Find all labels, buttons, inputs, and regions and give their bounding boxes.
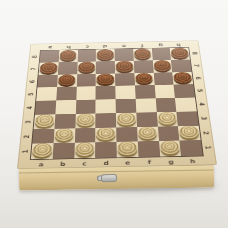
file-label-bottom-g: g	[160, 159, 182, 165]
light-man-glyph: ⛀	[101, 129, 111, 138]
square-c8[interactable]	[77, 50, 96, 62]
file-label-bottom-h: h	[182, 158, 204, 164]
square-h5[interactable]	[174, 84, 195, 98]
light-man-a3[interactable]: ⛀	[35, 114, 54, 127]
dark-man-glyph: ⛂	[157, 62, 167, 70]
square-d2[interactable]: ⛀	[95, 127, 116, 142]
square-f1[interactable]	[138, 141, 160, 157]
square-b4[interactable]	[55, 100, 76, 114]
square-d5[interactable]	[96, 86, 116, 100]
square-a6[interactable]	[37, 74, 57, 87]
light-man-e3[interactable]: ⛀	[117, 113, 136, 126]
square-g8[interactable]	[151, 48, 171, 60]
light-man-e1[interactable]: ⛀	[118, 142, 138, 156]
dark-man-h8[interactable]: ⛂	[171, 48, 189, 58]
square-h2[interactable]: ⛀	[178, 125, 201, 140]
dark-man-f6[interactable]: ⛂	[135, 73, 153, 84]
board-grid: ⛂⛂⛂⛂⛂⛂⛂⛂⛂⛂⛂⛂⛀⛀⛀⛀⛀⛀⛀⛀⛀⛀⛀⛀	[31, 48, 203, 160]
square-h3[interactable]	[177, 111, 199, 126]
dark-man-glyph: ⛂	[82, 63, 92, 71]
square-f6[interactable]: ⛂	[134, 72, 154, 85]
square-e1[interactable]: ⛀	[116, 142, 138, 158]
square-g5[interactable]	[154, 85, 175, 99]
square-d3[interactable]	[96, 113, 117, 128]
dark-man-e7[interactable]: ⛂	[116, 61, 133, 72]
light-man-b2[interactable]: ⛀	[55, 128, 74, 141]
square-h1[interactable]	[180, 140, 203, 156]
light-man-f2[interactable]: ⛀	[138, 126, 158, 139]
square-b6[interactable]: ⛂	[57, 74, 77, 87]
square-g2[interactable]	[157, 126, 179, 141]
dark-man-c7[interactable]: ⛂	[78, 61, 95, 72]
file-label-bottom-b: b	[52, 161, 74, 167]
square-g7[interactable]: ⛂	[152, 60, 172, 73]
dark-man-d6[interactable]: ⛂	[97, 73, 114, 84]
dark-man-glyph: ⛂	[101, 51, 110, 58]
file-label-top-a: a	[41, 45, 60, 49]
dark-man-glyph: ⛂	[177, 73, 188, 81]
light-man-glyph: ⛀	[183, 128, 194, 137]
light-man-glyph: ⛀	[122, 144, 133, 153]
board-3d-wrap: abcdefgh abcdefgh 87654321 87654321 ⛂⛂⛂⛂…	[17, 40, 217, 169]
dark-man-d8[interactable]: ⛂	[97, 49, 114, 60]
light-man-glyph: ⛀	[59, 130, 70, 139]
square-c4[interactable]	[75, 100, 95, 114]
square-e7[interactable]: ⛂	[115, 61, 134, 74]
file-label-top-c: c	[78, 44, 96, 48]
square-c2[interactable]	[74, 128, 95, 143]
square-a2[interactable]	[32, 128, 54, 143]
square-g3[interactable]: ⛀	[156, 112, 178, 127]
square-g1[interactable]: ⛀	[159, 141, 182, 157]
light-man-glyph: ⛀	[79, 145, 90, 154]
dark-man-b6[interactable]: ⛂	[58, 74, 76, 85]
square-e2[interactable]	[116, 127, 137, 142]
light-man-g3[interactable]: ⛀	[157, 112, 176, 125]
light-man-c3[interactable]: ⛀	[76, 113, 95, 126]
board-frame: abcdefgh abcdefgh 87654321 87654321 ⛂⛂⛂⛂…	[17, 40, 217, 169]
square-a5[interactable]	[36, 87, 57, 101]
square-h4[interactable]	[175, 98, 197, 112]
square-g4[interactable]	[155, 98, 176, 112]
file-label-top-f: f	[133, 43, 152, 47]
square-f5[interactable]	[135, 85, 155, 99]
dark-man-glyph: ⛂	[101, 75, 111, 83]
light-man-c1[interactable]: ⛀	[75, 143, 94, 157]
light-man-glyph: ⛀	[37, 146, 48, 155]
file-label-bottom-e: e	[117, 160, 139, 166]
square-f7[interactable]	[134, 60, 154, 73]
file-label-bottom-f: f	[138, 159, 160, 165]
square-b1[interactable]	[52, 143, 74, 159]
square-c6[interactable]	[76, 74, 96, 87]
photo-scene: abcdefgh abcdefgh 87654321 87654321 ⛂⛂⛂⛂…	[0, 0, 228, 228]
light-man-glyph: ⛀	[142, 128, 153, 137]
square-f8[interactable]: ⛂	[133, 48, 152, 60]
square-g6[interactable]	[153, 72, 173, 85]
square-a4[interactable]	[35, 100, 56, 114]
square-f4[interactable]	[135, 98, 156, 112]
file-label-top-d: d	[96, 44, 114, 48]
dark-man-a7[interactable]: ⛂	[40, 62, 58, 73]
dark-man-f8[interactable]: ⛂	[134, 48, 151, 58]
light-man-glyph: ⛀	[164, 143, 175, 152]
dark-man-glyph: ⛂	[139, 74, 149, 82]
square-e5[interactable]	[115, 86, 135, 100]
square-h7[interactable]	[171, 59, 191, 72]
dark-man-h6[interactable]: ⛂	[173, 72, 192, 83]
latch-icon	[99, 173, 117, 181]
square-b5[interactable]	[56, 87, 76, 101]
light-man-d2[interactable]: ⛀	[96, 127, 115, 140]
square-a8[interactable]	[40, 50, 60, 62]
file-label-bottom-d: d	[95, 160, 117, 166]
light-man-glyph: ⛀	[39, 116, 50, 125]
square-f2[interactable]: ⛀	[137, 126, 159, 141]
square-e6[interactable]	[115, 73, 135, 86]
square-h8[interactable]: ⛂	[170, 48, 190, 60]
square-d7[interactable]	[96, 61, 115, 74]
square-c3[interactable]: ⛀	[75, 113, 96, 128]
light-man-g1[interactable]: ⛀	[160, 141, 180, 155]
dark-man-glyph: ⛂	[63, 52, 73, 59]
file-label-top-g: g	[151, 43, 170, 47]
file-label-bottom-a: a	[30, 161, 52, 167]
square-h6[interactable]: ⛂	[172, 72, 193, 85]
light-man-glyph: ⛀	[80, 115, 90, 124]
square-b2[interactable]: ⛀	[53, 128, 75, 143]
light-man-a1[interactable]: ⛀	[32, 143, 52, 157]
square-c5[interactable]	[76, 86, 96, 100]
square-e4[interactable]	[116, 99, 137, 113]
dark-man-glyph: ⛂	[62, 76, 72, 84]
dark-man-g7[interactable]: ⛂	[153, 60, 171, 71]
square-c7[interactable]: ⛂	[77, 61, 96, 74]
square-d1[interactable]	[95, 142, 116, 158]
square-a3[interactable]: ⛀	[34, 114, 56, 129]
square-c1[interactable]: ⛀	[74, 142, 96, 158]
dark-man-glyph: ⛂	[44, 64, 54, 72]
dark-man-glyph: ⛂	[175, 49, 185, 56]
square-d6[interactable]: ⛂	[96, 73, 115, 86]
square-b7[interactable]	[58, 62, 78, 75]
light-man-glyph: ⛀	[162, 114, 173, 123]
file-label-top-e: e	[114, 43, 132, 47]
square-d4[interactable]	[96, 99, 116, 113]
file-label-bottom-c: c	[74, 160, 96, 166]
square-d8[interactable]: ⛂	[96, 49, 115, 61]
square-a7[interactable]: ⛂	[39, 62, 59, 75]
square-f3[interactable]	[136, 112, 157, 127]
square-a1[interactable]: ⛀	[31, 143, 53, 159]
light-man-glyph: ⛀	[121, 115, 132, 124]
square-e8[interactable]	[115, 49, 134, 61]
dark-man-glyph: ⛂	[119, 62, 129, 70]
file-label-top-b: b	[59, 45, 78, 49]
square-b3[interactable]	[54, 114, 75, 129]
dark-man-glyph: ⛂	[138, 50, 148, 57]
dark-man-b8[interactable]: ⛂	[59, 50, 76, 61]
square-e3[interactable]: ⛀	[116, 112, 137, 127]
square-b8[interactable]: ⛂	[58, 50, 77, 62]
file-label-top-h: h	[169, 42, 188, 46]
light-man-h2[interactable]: ⛀	[179, 126, 199, 139]
